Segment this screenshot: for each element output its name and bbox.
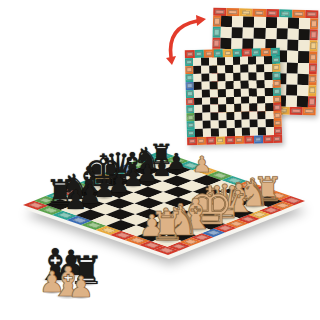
- dark-square: [209, 81, 217, 89]
- dark-square: [209, 65, 217, 73]
- tile-illustration: [188, 107, 193, 112]
- tile-illustration: [281, 11, 290, 16]
- checkered-grid: [46, 159, 283, 246]
- tile-illustration: [274, 97, 279, 102]
- dark-square: [194, 82, 202, 90]
- light-square: [265, 111, 273, 119]
- light-square: [201, 81, 209, 89]
- dark-square: [202, 105, 210, 113]
- dark-square: [226, 97, 234, 105]
- border-tile: [254, 135, 264, 143]
- dark-square: [249, 88, 257, 96]
- light-square: [225, 57, 233, 65]
- light-square: [276, 17, 287, 28]
- dark-square: [258, 127, 266, 135]
- dark-square: [233, 88, 241, 96]
- tile-illustration: [255, 137, 261, 142]
- light-square: [240, 57, 248, 65]
- dark-square: [217, 73, 225, 81]
- tile-illustration: [265, 137, 271, 142]
- tile-illustration: [311, 32, 316, 39]
- border-tile: [187, 129, 195, 137]
- border-tile: [274, 119, 282, 127]
- border-tile: [273, 135, 283, 143]
- tile-illustration: [214, 40, 219, 47]
- border-tile: [251, 48, 261, 56]
- light-square: [257, 104, 265, 112]
- tile-illustration: [208, 138, 214, 143]
- light-square: [210, 121, 218, 129]
- border-tile: [197, 137, 207, 145]
- light-square: [225, 73, 233, 81]
- light-square: [242, 120, 250, 128]
- light-square: [226, 104, 234, 112]
- tile-illustration: [274, 73, 279, 78]
- tile-illustration: [255, 10, 264, 15]
- light-square: [287, 29, 298, 40]
- light-square: [233, 80, 241, 88]
- light-square: [221, 27, 232, 38]
- border-tile: [223, 49, 233, 57]
- border-tile: [185, 66, 193, 74]
- tile-illustration: [187, 83, 192, 88]
- border-tile: [225, 136, 235, 144]
- light-square: [203, 129, 211, 137]
- light-square: [233, 65, 241, 73]
- light-square: [286, 95, 297, 106]
- dark-square: [226, 112, 234, 120]
- light-square: [256, 56, 264, 64]
- tile-illustration: [188, 115, 193, 120]
- light-square: [241, 88, 249, 96]
- dark-square: [226, 128, 234, 136]
- dark-square: [266, 119, 274, 127]
- border-tile: [235, 136, 245, 144]
- light-square: [265, 80, 273, 88]
- tile-illustration: [217, 138, 223, 143]
- light-square: [286, 73, 297, 84]
- light-square: [218, 112, 226, 120]
- dark-square: [225, 81, 233, 89]
- tile-illustration: [187, 75, 192, 80]
- tile-illustration: [268, 11, 277, 16]
- dark-square: [265, 88, 273, 96]
- tile-illustration: [242, 10, 251, 15]
- dark-square: [221, 16, 232, 27]
- tile-illustration: [214, 29, 219, 36]
- light-square: [298, 62, 309, 73]
- light-square: [194, 105, 202, 113]
- tile-illustration: [292, 108, 301, 113]
- wood-bishop: ♝: [50, 262, 86, 303]
- border-tile: [263, 135, 273, 143]
- wood-pawn: ♟: [39, 268, 65, 297]
- light-square: [266, 127, 274, 135]
- border-tile: [194, 50, 204, 58]
- border-tile: [310, 29, 318, 40]
- light-square: [210, 89, 218, 97]
- light-square: [217, 65, 225, 73]
- border-tile: [186, 82, 194, 90]
- light-square: [195, 121, 203, 129]
- dark-square: [265, 103, 273, 111]
- tile-illustration: [215, 51, 221, 56]
- tile-illustration: [274, 81, 279, 86]
- product-photo: ♜♟♞♟♟♝♟♛♟♚♟♝♟♟♞♜♟♟♜♞♟♟♝♟♛♟♚♟♝♟♞♟♜♟♝♜♟♝♟: [0, 0, 320, 320]
- dark-square: [242, 112, 250, 120]
- tile-illustration: [229, 10, 238, 15]
- tile-illustration: [272, 49, 278, 54]
- dark-square: [201, 58, 209, 66]
- tile-illustration: [187, 68, 192, 73]
- border-tile: [185, 58, 193, 66]
- dark-square: [264, 72, 272, 80]
- tile-illustration: [198, 138, 204, 143]
- tile-illustration: [189, 139, 195, 144]
- border-tile: [309, 52, 317, 63]
- light-square: [234, 112, 242, 120]
- tile-illustration: [188, 131, 193, 136]
- light-square: [209, 57, 217, 65]
- light-square: [248, 64, 256, 72]
- tile-illustration: [188, 123, 193, 128]
- border-tile: [232, 49, 242, 57]
- dark-square: [202, 89, 210, 97]
- border-tile: [308, 85, 316, 96]
- border-tile: [273, 87, 281, 95]
- border-tile: [206, 136, 216, 144]
- tile-illustration: [206, 51, 212, 56]
- tile-illustration: [216, 9, 225, 14]
- dark-square: [254, 28, 265, 39]
- light-square: [265, 28, 276, 39]
- dark-square: [217, 89, 225, 97]
- tile-illustration: [196, 51, 202, 56]
- dark-square: [194, 113, 202, 121]
- main-chessboard: [23, 151, 305, 255]
- dark-square: [243, 16, 254, 27]
- border-tile: [289, 107, 302, 115]
- tile-illustration: [311, 43, 316, 50]
- light-square: [226, 120, 234, 128]
- light-square: [210, 105, 218, 113]
- flip-board-checkers-side: [185, 48, 282, 145]
- dark-square: [249, 104, 257, 112]
- border-tile: [272, 56, 280, 64]
- dark-square: [257, 96, 265, 104]
- border-tile: [187, 121, 195, 129]
- checkered-grid: [193, 56, 274, 137]
- light-square: [202, 113, 210, 121]
- dark-square: [298, 51, 309, 62]
- tile-illustration: [243, 50, 249, 55]
- tile-illustration: [274, 89, 279, 94]
- tile-illustration: [310, 54, 315, 61]
- dark-square: [195, 129, 203, 137]
- light-square: [232, 16, 243, 27]
- light-square: [254, 17, 265, 28]
- tile-illustration: [275, 121, 280, 126]
- tile-illustration: [310, 87, 315, 94]
- light-square: [194, 89, 202, 97]
- light-square: [193, 58, 201, 66]
- tile-illustration: [310, 76, 315, 83]
- dark-square: [232, 27, 243, 38]
- light-square: [201, 66, 209, 74]
- border-tile: [213, 49, 223, 57]
- light-square: [202, 97, 210, 105]
- light-square: [225, 89, 233, 97]
- dark-square: [220, 38, 231, 49]
- tile-illustration: [236, 137, 242, 142]
- border-tile: [186, 105, 194, 113]
- tile-illustration: [274, 65, 279, 70]
- border-tile: [309, 63, 317, 74]
- border-tile: [270, 48, 280, 56]
- dark-square: [287, 40, 298, 51]
- light-square: [265, 95, 273, 103]
- light-square: [209, 73, 217, 81]
- light-square: [249, 80, 257, 88]
- light-square: [257, 88, 265, 96]
- dark-square: [286, 62, 297, 73]
- light-square: [258, 119, 266, 127]
- tile-illustration: [275, 105, 280, 110]
- border-tile: [272, 72, 280, 80]
- dark-square: [265, 17, 276, 28]
- light-square: [298, 40, 309, 51]
- dark-square: [194, 97, 202, 105]
- border-tile: [186, 98, 194, 106]
- tile-illustration: [253, 50, 259, 55]
- tile-illustration: [273, 57, 278, 62]
- light-square: [218, 97, 226, 105]
- border-tile: [185, 74, 193, 82]
- border-tile: [274, 127, 282, 135]
- dark-square: [241, 64, 249, 72]
- light-square: [264, 64, 272, 72]
- dark-square: [201, 73, 209, 81]
- dark-square: [258, 111, 266, 119]
- tile-illustration: [294, 11, 303, 16]
- tile-illustration: [274, 136, 280, 141]
- light-square: [297, 85, 308, 96]
- black-rook: ♜: [68, 251, 103, 290]
- border-tile: [186, 90, 194, 98]
- dark-square: [241, 96, 249, 104]
- border-tile: [187, 137, 197, 145]
- dark-square: [217, 57, 225, 65]
- black-pawn: ♟: [55, 246, 86, 281]
- dark-square: [211, 128, 219, 136]
- dark-square: [242, 128, 250, 136]
- tile-illustration: [305, 109, 314, 114]
- light-square: [241, 72, 249, 80]
- dark-square: [288, 18, 299, 29]
- wood-pawn: ♟: [68, 273, 94, 302]
- border-tile: [273, 111, 281, 119]
- tile-illustration: [307, 12, 316, 17]
- tile-illustration: [275, 129, 280, 134]
- border-tile: [244, 135, 254, 143]
- dark-square: [297, 73, 308, 84]
- dark-square: [264, 56, 272, 64]
- light-square: [234, 128, 242, 136]
- dark-square: [210, 97, 218, 105]
- tile-illustration: [186, 60, 191, 65]
- border-tile: [185, 50, 195, 58]
- border-tile: [302, 107, 315, 115]
- border-tile: [186, 113, 194, 121]
- border-tile: [216, 136, 226, 144]
- border-tile: [273, 103, 281, 111]
- black-bishop: ♝: [36, 244, 75, 288]
- border-tile: [272, 64, 280, 72]
- dark-square: [218, 120, 226, 128]
- dark-square: [225, 65, 233, 73]
- light-square: [243, 28, 254, 39]
- tile-illustration: [187, 99, 192, 104]
- dark-square: [233, 73, 241, 81]
- dark-square: [250, 120, 258, 128]
- tile-illustration: [225, 51, 231, 56]
- tile-illustration: [262, 50, 268, 55]
- light-square: [219, 128, 227, 136]
- dark-square: [218, 105, 226, 113]
- dark-square: [249, 72, 257, 80]
- light-square: [250, 127, 258, 135]
- border-tile: [310, 18, 318, 29]
- light-square: [250, 112, 258, 120]
- dark-square: [232, 57, 240, 65]
- dark-square: [203, 121, 211, 129]
- dark-square: [248, 56, 256, 64]
- border-tile: [308, 96, 316, 107]
- border-tile: [273, 95, 281, 103]
- tile-illustration: [309, 98, 314, 105]
- tile-illustration: [234, 50, 240, 55]
- tile-illustration: [275, 113, 280, 118]
- tile-illustration: [214, 18, 219, 25]
- tile-illustration: [311, 20, 316, 27]
- light-square: [249, 96, 257, 104]
- dark-square: [256, 64, 264, 72]
- dark-square: [298, 29, 309, 40]
- border-tile: [242, 49, 252, 57]
- dark-square: [234, 120, 242, 128]
- dark-square: [193, 66, 201, 74]
- tile-illustration: [246, 137, 252, 142]
- border-tile: [204, 50, 214, 58]
- tile-illustration: [187, 91, 192, 96]
- dark-square: [234, 104, 242, 112]
- border-tile: [261, 48, 271, 56]
- light-square: [287, 51, 298, 62]
- tile-illustration: [227, 138, 233, 143]
- border-tile: [273, 79, 281, 87]
- dark-square: [297, 96, 308, 107]
- dark-square: [276, 28, 287, 39]
- tile-illustration: [172, 244, 186, 249]
- dark-square: [286, 84, 297, 95]
- dark-square: [257, 80, 265, 88]
- light-square: [217, 81, 225, 89]
- light-square: [193, 74, 201, 82]
- dark-square: [241, 80, 249, 88]
- border-tile: [309, 40, 317, 51]
- light-square: [234, 96, 242, 104]
- dark-square: [210, 113, 218, 121]
- tile-illustration: [310, 65, 315, 72]
- light-square: [242, 104, 250, 112]
- light-square: [257, 72, 265, 80]
- tile-illustration: [187, 52, 193, 57]
- light-square: [299, 18, 310, 29]
- border-tile: [308, 74, 316, 85]
